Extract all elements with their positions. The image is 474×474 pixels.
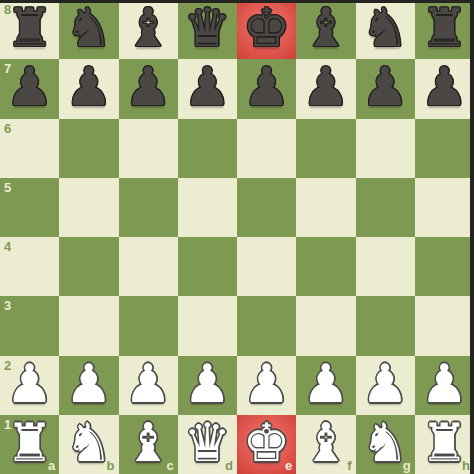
rank-label-5: 5 (4, 181, 11, 194)
square-b6[interactable] (59, 119, 118, 178)
black-bishop[interactable]: ♝ (302, 1, 350, 54)
square-a2[interactable]: ♟2 (0, 356, 59, 415)
file-label-e: e (285, 459, 292, 472)
square-c2[interactable]: ♟ (119, 356, 178, 415)
rank-label-2: 2 (4, 359, 11, 372)
square-e2[interactable]: ♟ (237, 356, 296, 415)
window-edge-top (0, 0, 474, 3)
white-queen[interactable]: ♛ (184, 416, 232, 469)
black-bishop[interactable]: ♝ (124, 1, 172, 54)
square-d5[interactable] (178, 178, 237, 237)
rank-label-6: 6 (4, 122, 11, 135)
black-pawn[interactable]: ♟ (243, 60, 291, 113)
file-label-a: a (48, 459, 55, 472)
square-a4[interactable]: 4 (0, 237, 59, 296)
black-pawn[interactable]: ♟ (361, 60, 409, 113)
square-h8[interactable]: ♜ (415, 0, 474, 59)
square-b4[interactable] (59, 237, 118, 296)
square-g8[interactable]: ♞ (356, 0, 415, 59)
square-g2[interactable]: ♟ (356, 356, 415, 415)
square-c6[interactable] (119, 119, 178, 178)
square-e3[interactable] (237, 296, 296, 355)
chess-board: ♜8♞♝♛♚♝♞♜♟7♟♟♟♟♟♟♟6543♟2♟♟♟♟♟♟♟♜1a♞b♝c♛d… (0, 0, 474, 474)
black-king[interactable]: ♚ (243, 1, 291, 54)
white-king[interactable]: ♚ (243, 416, 291, 469)
square-g4[interactable] (356, 237, 415, 296)
square-h7[interactable]: ♟ (415, 59, 474, 118)
square-g6[interactable] (356, 119, 415, 178)
square-h3[interactable] (415, 296, 474, 355)
white-pawn[interactable]: ♟ (243, 357, 291, 410)
black-pawn[interactable]: ♟ (6, 60, 54, 113)
square-a5[interactable]: 5 (0, 178, 59, 237)
square-f4[interactable] (296, 237, 355, 296)
file-label-c: c (167, 459, 174, 472)
file-label-d: d (225, 459, 233, 472)
rank-label-7: 7 (4, 62, 11, 75)
square-b7[interactable]: ♟ (59, 59, 118, 118)
square-a7[interactable]: ♟7 (0, 59, 59, 118)
black-knight[interactable]: ♞ (361, 1, 409, 54)
square-a8[interactable]: ♜8 (0, 0, 59, 59)
white-bishop[interactable]: ♝ (124, 416, 172, 469)
square-c3[interactable] (119, 296, 178, 355)
square-f7[interactable]: ♟ (296, 59, 355, 118)
square-c7[interactable]: ♟ (119, 59, 178, 118)
rank-label-8: 8 (4, 3, 11, 16)
square-h6[interactable] (415, 119, 474, 178)
square-b5[interactable] (59, 178, 118, 237)
black-pawn[interactable]: ♟ (184, 60, 232, 113)
white-pawn[interactable]: ♟ (124, 357, 172, 410)
black-pawn[interactable]: ♟ (124, 60, 172, 113)
square-c1[interactable]: ♝c (119, 415, 178, 474)
square-b3[interactable] (59, 296, 118, 355)
square-e5[interactable] (237, 178, 296, 237)
square-f1[interactable]: ♝f (296, 415, 355, 474)
square-a3[interactable]: 3 (0, 296, 59, 355)
black-pawn[interactable]: ♟ (421, 60, 469, 113)
square-a1[interactable]: ♜1a (0, 415, 59, 474)
square-d1[interactable]: ♛d (178, 415, 237, 474)
square-g1[interactable]: ♞g (356, 415, 415, 474)
black-rook[interactable]: ♜ (6, 1, 54, 54)
square-h5[interactable] (415, 178, 474, 237)
square-f5[interactable] (296, 178, 355, 237)
white-pawn[interactable]: ♟ (361, 357, 409, 410)
square-f8[interactable]: ♝ (296, 0, 355, 59)
square-e6[interactable] (237, 119, 296, 178)
white-pawn[interactable]: ♟ (6, 357, 54, 410)
square-a6[interactable]: 6 (0, 119, 59, 178)
file-label-h: h (462, 459, 470, 472)
square-e7[interactable]: ♟ (237, 59, 296, 118)
white-knight[interactable]: ♞ (361, 416, 409, 469)
black-queen[interactable]: ♛ (184, 1, 232, 54)
white-pawn[interactable]: ♟ (302, 357, 350, 410)
square-d2[interactable]: ♟ (178, 356, 237, 415)
white-pawn[interactable]: ♟ (184, 357, 232, 410)
square-b1[interactable]: ♞b (59, 415, 118, 474)
square-e1[interactable]: ♚e (237, 415, 296, 474)
chess-app-window: ♜8♞♝♛♚♝♞♜♟7♟♟♟♟♟♟♟6543♟2♟♟♟♟♟♟♟♜1a♞b♝c♛d… (0, 0, 474, 474)
square-e8[interactable]: ♚ (237, 0, 296, 59)
square-c8[interactable]: ♝ (119, 0, 178, 59)
square-d8[interactable]: ♛ (178, 0, 237, 59)
file-label-g: g (403, 459, 411, 472)
square-b2[interactable]: ♟ (59, 356, 118, 415)
window-edge-right (470, 0, 474, 474)
square-g3[interactable] (356, 296, 415, 355)
white-bishop[interactable]: ♝ (302, 416, 350, 469)
black-pawn[interactable]: ♟ (65, 60, 113, 113)
white-knight[interactable]: ♞ (65, 416, 113, 469)
square-f2[interactable]: ♟ (296, 356, 355, 415)
square-g7[interactable]: ♟ (356, 59, 415, 118)
square-e4[interactable] (237, 237, 296, 296)
square-g5[interactable] (356, 178, 415, 237)
white-pawn[interactable]: ♟ (65, 357, 113, 410)
square-h4[interactable] (415, 237, 474, 296)
white-rook[interactable]: ♜ (6, 416, 54, 469)
square-d7[interactable]: ♟ (178, 59, 237, 118)
rank-label-4: 4 (4, 240, 11, 253)
square-h1[interactable]: ♜h (415, 415, 474, 474)
square-c5[interactable] (119, 178, 178, 237)
file-label-b: b (107, 459, 115, 472)
square-h2[interactable]: ♟ (415, 356, 474, 415)
black-pawn[interactable]: ♟ (302, 60, 350, 113)
black-knight[interactable]: ♞ (65, 1, 113, 54)
rank-label-3: 3 (4, 299, 11, 312)
square-d4[interactable] (178, 237, 237, 296)
rank-label-1: 1 (4, 418, 11, 431)
square-d6[interactable] (178, 119, 237, 178)
white-pawn[interactable]: ♟ (421, 357, 469, 410)
square-f3[interactable] (296, 296, 355, 355)
black-rook[interactable]: ♜ (421, 1, 469, 54)
square-f6[interactable] (296, 119, 355, 178)
square-b8[interactable]: ♞ (59, 0, 118, 59)
white-rook[interactable]: ♜ (421, 416, 469, 469)
square-c4[interactable] (119, 237, 178, 296)
file-label-f: f (347, 459, 351, 472)
square-d3[interactable] (178, 296, 237, 355)
